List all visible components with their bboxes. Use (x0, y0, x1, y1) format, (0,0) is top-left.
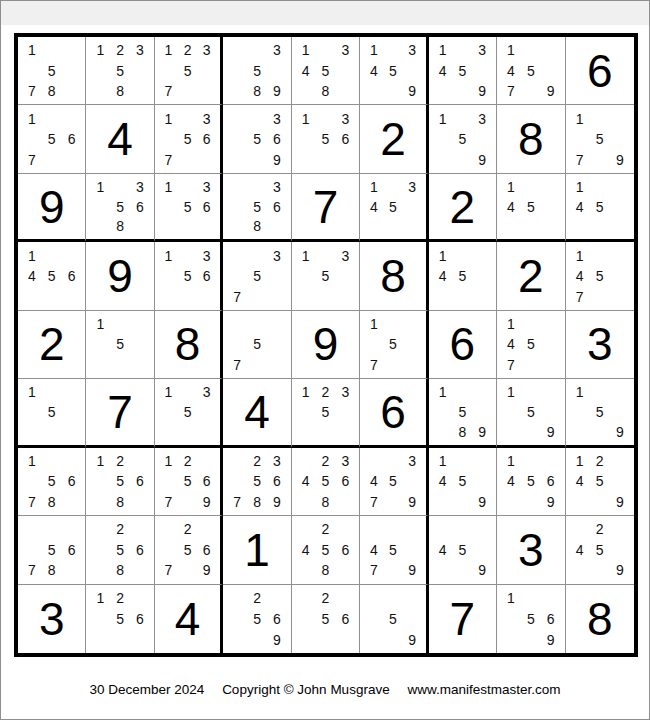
candidate-7 (501, 629, 521, 650)
candidate-3 (403, 314, 422, 334)
candidate-3: 3 (197, 40, 216, 60)
candidate-5: 5 (590, 402, 610, 422)
candidate-1: 1 (90, 451, 110, 471)
cell-r7c8[interactable]: 14569 (497, 448, 565, 516)
cell-r6c4[interactable]: 4 (223, 379, 291, 447)
candidate-5: 5 (42, 402, 62, 422)
candidate-4 (22, 540, 42, 560)
candidate-8 (316, 286, 336, 306)
candidate-8 (383, 560, 402, 580)
candidate-9 (62, 149, 82, 169)
candidate-4 (296, 608, 316, 629)
candidate-1: 1 (159, 108, 178, 128)
cell-r6c5[interactable]: 1235 (292, 379, 360, 447)
cell-r1c6[interactable]: 13459 (360, 37, 428, 105)
cell-r1c1[interactable]: 1578 (18, 37, 86, 105)
candidate-grid: 145 (429, 242, 496, 309)
cell-r3c6[interactable]: 1345 (360, 174, 428, 242)
cell-r3c1[interactable]: 9 (18, 174, 86, 242)
candidate-7: 7 (22, 560, 42, 580)
cell-r7c1[interactable]: 15678 (18, 448, 86, 516)
cell-r9c4[interactable]: 2569 (223, 585, 291, 653)
candidate-6: 6 (62, 471, 82, 491)
candidate-3: 3 (335, 108, 355, 128)
candidate-1: 1 (22, 382, 42, 402)
cell-r1c7[interactable]: 13459 (429, 37, 497, 105)
cell-r8c3[interactable]: 25679 (155, 516, 223, 584)
candidate-4: 4 (570, 540, 590, 560)
cell-r4c3[interactable]: 1356 (155, 242, 223, 310)
candidate-5: 5 (110, 540, 130, 560)
candidate-grid: 1459 (429, 448, 496, 515)
candidate-3: 3 (335, 245, 355, 265)
candidate-7 (90, 560, 110, 580)
cell-r8c4[interactable]: 1 (223, 516, 291, 584)
cell-r5c6[interactable]: 157 (360, 311, 428, 379)
candidate-3: 3 (267, 245, 287, 265)
candidate-1: 1 (22, 451, 42, 471)
candidate-2 (42, 108, 62, 128)
candidate-7 (296, 149, 316, 169)
candidate-grid: 1578 (18, 37, 85, 104)
candidate-8: 8 (247, 81, 267, 101)
candidate-4 (90, 334, 110, 354)
candidate-5: 5 (521, 60, 541, 80)
solved-digit: 9 (86, 242, 153, 309)
candidate-6 (610, 540, 630, 560)
solved-digit: 8 (155, 311, 220, 378)
solved-digit: 6 (566, 37, 634, 104)
cell-r2c5[interactable]: 1356 (292, 105, 360, 173)
candidate-3 (610, 451, 630, 471)
candidate-9 (62, 81, 82, 101)
cell-r5c5[interactable]: 9 (292, 311, 360, 379)
candidate-9 (197, 286, 216, 306)
candidate-9 (403, 355, 422, 375)
candidate-2 (247, 245, 267, 265)
candidate-2: 2 (110, 519, 130, 539)
cell-r1c4[interactable]: 3589 (223, 37, 291, 105)
cell-r9c2[interactable]: 1256 (86, 585, 154, 653)
candidate-4 (570, 402, 590, 422)
candidate-7: 7 (227, 286, 247, 306)
candidate-3 (541, 588, 561, 609)
candidate-4 (159, 540, 178, 560)
window-title-bar (1, 1, 649, 25)
candidate-2 (521, 314, 541, 334)
candidate-2 (110, 177, 130, 197)
solved-digit: 4 (223, 379, 290, 444)
candidate-6: 6 (130, 608, 150, 629)
candidate-2 (316, 40, 336, 60)
candidate-2 (42, 40, 62, 60)
cell-r5c4[interactable]: 57 (223, 311, 291, 379)
cell-r8c5[interactable]: 24568 (292, 516, 360, 584)
candidate-8 (452, 81, 472, 101)
candidate-2 (247, 314, 267, 334)
candidate-3 (610, 108, 630, 128)
candidate-4 (159, 60, 178, 80)
candidate-3: 3 (130, 177, 150, 197)
candidate-5: 5 (590, 540, 610, 560)
candidate-1 (227, 177, 247, 197)
candidate-3: 3 (267, 451, 287, 471)
cell-r3c5[interactable]: 7 (292, 174, 360, 242)
candidate-1: 1 (90, 40, 110, 60)
candidate-6 (130, 334, 150, 354)
candidate-7 (159, 286, 178, 306)
candidate-4: 4 (501, 471, 521, 491)
cell-r7c5[interactable]: 234568 (292, 448, 360, 516)
cell-r5c3[interactable]: 8 (155, 311, 223, 379)
candidate-grid: 1589 (429, 379, 496, 444)
cell-r7c7[interactable]: 1459 (429, 448, 497, 516)
candidate-grid: 234568 (292, 448, 359, 515)
cell-r9c6[interactable]: 59 (360, 585, 428, 653)
cell-r9c5[interactable]: 256 (292, 585, 360, 653)
candidate-7 (227, 217, 247, 237)
candidate-5: 5 (452, 129, 472, 149)
candidate-2 (247, 40, 267, 60)
cell-r2c6[interactable]: 2 (360, 105, 428, 173)
candidate-9: 9 (197, 560, 216, 580)
candidate-4 (90, 471, 110, 491)
candidate-5: 5 (110, 197, 130, 217)
candidate-8 (178, 217, 197, 237)
candidate-grid: 1456 (18, 242, 85, 309)
candidate-4 (159, 197, 178, 217)
candidate-2 (521, 588, 541, 609)
candidate-7 (296, 492, 316, 512)
candidate-8: 8 (247, 217, 267, 237)
candidate-grid: 135 (292, 242, 359, 309)
candidate-9 (472, 286, 492, 306)
candidate-2 (110, 314, 130, 334)
candidate-3 (130, 451, 150, 471)
candidate-5: 5 (42, 540, 62, 560)
candidate-6 (197, 60, 216, 80)
candidate-1: 1 (159, 177, 178, 197)
candidate-7: 7 (364, 355, 383, 375)
cell-r6c7[interactable]: 1589 (429, 379, 497, 447)
candidate-2: 2 (110, 40, 130, 60)
candidate-3: 3 (197, 382, 216, 402)
candidate-grid: 12568 (86, 448, 153, 515)
cell-r3c3[interactable]: 1356 (155, 174, 223, 242)
candidate-5: 5 (42, 60, 62, 80)
candidate-5: 5 (247, 129, 267, 149)
cell-r5c2[interactable]: 15 (86, 311, 154, 379)
candidate-9 (335, 81, 355, 101)
candidate-grid: 256 (292, 585, 359, 653)
cell-r7c3[interactable]: 125679 (155, 448, 223, 516)
cell-r8c6[interactable]: 4579 (360, 516, 428, 584)
cell-r6c8[interactable]: 159 (497, 379, 565, 447)
candidate-8 (590, 492, 610, 512)
candidate-1: 1 (570, 108, 590, 128)
cell-r2c7[interactable]: 1359 (429, 105, 497, 173)
cell-r8c7[interactable]: 459 (429, 516, 497, 584)
candidate-6: 6 (130, 197, 150, 217)
candidate-5: 5 (178, 402, 197, 422)
candidate-6 (472, 402, 492, 422)
candidate-6 (403, 334, 422, 354)
candidate-8: 8 (42, 81, 62, 101)
candidate-grid: 145 (497, 174, 564, 239)
cell-r6c6[interactable]: 6 (360, 379, 428, 447)
candidate-2 (178, 108, 197, 128)
cell-r2c8[interactable]: 8 (497, 105, 565, 173)
candidate-7: 7 (501, 81, 521, 101)
candidate-9: 9 (610, 422, 630, 442)
candidate-1: 1 (90, 314, 110, 334)
cell-r1c5[interactable]: 13458 (292, 37, 360, 105)
candidate-1: 1 (22, 108, 42, 128)
candidate-6 (541, 60, 561, 80)
candidate-9: 9 (267, 492, 287, 512)
candidate-7 (227, 81, 247, 101)
cell-r3c9[interactable]: 145 (566, 174, 634, 242)
cell-r9c3[interactable]: 4 (155, 585, 223, 653)
candidate-1 (364, 451, 383, 471)
candidate-3 (610, 519, 630, 539)
cell-r1c9[interactable]: 6 (566, 37, 634, 105)
candidate-7: 7 (159, 560, 178, 580)
candidate-2: 2 (590, 451, 610, 471)
candidate-6 (403, 608, 422, 629)
candidate-4 (22, 471, 42, 491)
candidate-5: 5 (383, 334, 402, 354)
candidate-7: 7 (22, 81, 42, 101)
cell-r8c1[interactable]: 5678 (18, 516, 86, 584)
candidate-9 (267, 217, 287, 237)
solved-digit: 4 (155, 585, 220, 653)
candidate-grid: 357 (223, 242, 290, 309)
candidate-7: 7 (159, 149, 178, 169)
candidate-2: 2 (316, 451, 336, 471)
cell-r5c1[interactable]: 2 (18, 311, 86, 379)
candidate-4 (570, 129, 590, 149)
candidate-grid: 1356 (155, 242, 220, 309)
footer-date: 30 December 2024 (90, 682, 205, 697)
candidate-6 (62, 402, 82, 422)
candidate-grid: 25679 (155, 516, 220, 583)
candidate-8: 8 (110, 560, 130, 580)
cell-r1c3[interactable]: 12357 (155, 37, 223, 105)
candidate-5: 5 (247, 608, 267, 629)
candidate-5: 5 (110, 60, 130, 80)
candidate-4 (501, 402, 521, 422)
candidate-4 (227, 197, 247, 217)
cell-r4c7[interactable]: 145 (429, 242, 497, 310)
candidate-1: 1 (22, 245, 42, 265)
cell-r2c2[interactable]: 4 (86, 105, 154, 173)
candidate-2: 2 (316, 382, 336, 402)
candidate-grid: 24568 (292, 516, 359, 583)
cell-r4c8[interactable]: 2 (497, 242, 565, 310)
cell-r6c2[interactable]: 7 (86, 379, 154, 447)
candidate-6: 6 (267, 129, 287, 149)
cell-r5c7[interactable]: 6 (429, 311, 497, 379)
candidate-8 (247, 629, 267, 650)
candidate-1 (227, 108, 247, 128)
candidate-4: 4 (296, 60, 316, 80)
candidate-8: 8 (110, 81, 130, 101)
cell-r7c2[interactable]: 12568 (86, 448, 154, 516)
candidate-7 (90, 217, 110, 237)
candidate-8 (521, 355, 541, 375)
candidate-3 (335, 519, 355, 539)
candidate-4 (159, 129, 178, 149)
candidate-4 (90, 60, 110, 80)
candidate-5: 5 (110, 334, 130, 354)
cell-r4c2[interactable]: 9 (86, 242, 154, 310)
candidate-6 (472, 129, 492, 149)
candidate-8 (590, 286, 610, 306)
candidate-grid: 2459 (566, 516, 634, 583)
cell-r2c3[interactable]: 13567 (155, 105, 223, 173)
candidate-5: 5 (247, 471, 267, 491)
cell-r5c8[interactable]: 1457 (497, 311, 565, 379)
cell-r2c9[interactable]: 1579 (566, 105, 634, 173)
candidate-7 (90, 81, 110, 101)
cell-r6c1[interactable]: 15 (18, 379, 86, 447)
candidate-grid: 12358 (86, 37, 153, 104)
candidate-3 (62, 519, 82, 539)
candidate-6 (541, 197, 561, 217)
candidate-1: 1 (364, 177, 383, 197)
candidate-5: 5 (178, 471, 197, 491)
cell-r9c1[interactable]: 3 (18, 585, 86, 653)
candidate-9: 9 (472, 422, 492, 442)
cell-r6c9[interactable]: 159 (566, 379, 634, 447)
candidate-8 (521, 422, 541, 442)
cell-r4c6[interactable]: 8 (360, 242, 428, 310)
candidate-5: 5 (452, 60, 472, 80)
cell-r2c1[interactable]: 1567 (18, 105, 86, 173)
candidate-1: 1 (501, 382, 521, 402)
candidate-4 (296, 129, 316, 149)
candidate-3: 3 (197, 108, 216, 128)
candidate-7 (227, 149, 247, 169)
candidate-8 (452, 286, 472, 306)
candidate-6 (335, 402, 355, 422)
candidate-5: 5 (316, 129, 336, 149)
cell-r6c3[interactable]: 135 (155, 379, 223, 447)
candidate-1 (296, 588, 316, 609)
candidate-6 (472, 540, 492, 560)
candidate-7: 7 (364, 492, 383, 512)
candidate-2 (247, 108, 267, 128)
cell-r5c9[interactable]: 3 (566, 311, 634, 379)
candidate-7: 7 (570, 149, 590, 169)
candidate-4 (433, 129, 453, 149)
candidate-9 (197, 149, 216, 169)
cell-r9c9[interactable]: 8 (566, 585, 634, 653)
candidate-2 (521, 382, 541, 402)
candidate-8 (452, 149, 472, 169)
candidate-2: 2 (110, 451, 130, 471)
candidate-7 (22, 422, 42, 442)
solved-digit: 7 (292, 174, 359, 239)
candidate-5: 5 (521, 197, 541, 217)
candidate-5: 5 (316, 540, 336, 560)
cell-r8c9[interactable]: 2459 (566, 516, 634, 584)
candidate-7 (501, 492, 521, 512)
candidate-1: 1 (570, 245, 590, 265)
cell-r4c1[interactable]: 1456 (18, 242, 86, 310)
candidate-7: 7 (22, 492, 42, 512)
cell-r2c4[interactable]: 3569 (223, 105, 291, 173)
cell-r9c8[interactable]: 1569 (497, 585, 565, 653)
candidate-9 (62, 422, 82, 442)
candidate-4: 4 (364, 60, 383, 80)
candidate-5: 5 (178, 197, 197, 217)
cell-r4c5[interactable]: 135 (292, 242, 360, 310)
cell-r9c7[interactable]: 7 (429, 585, 497, 653)
candidate-1 (227, 40, 247, 60)
cell-r7c6[interactable]: 34579 (360, 448, 428, 516)
candidate-4: 4 (364, 197, 383, 217)
candidate-8 (521, 629, 541, 650)
candidate-8 (316, 149, 336, 169)
solved-digit: 7 (86, 379, 153, 444)
candidate-1: 1 (433, 451, 453, 471)
solved-digit: 2 (497, 242, 564, 309)
candidate-3 (472, 382, 492, 402)
candidate-9 (335, 492, 355, 512)
cell-r3c4[interactable]: 3568 (223, 174, 291, 242)
candidate-9: 9 (267, 81, 287, 101)
candidate-8 (452, 560, 472, 580)
candidate-8: 8 (316, 81, 336, 101)
cell-r3c8[interactable]: 145 (497, 174, 565, 242)
candidate-grid: 159 (566, 379, 634, 444)
candidate-grid: 1235 (292, 379, 359, 444)
cell-r1c2[interactable]: 12358 (86, 37, 154, 105)
candidate-2: 2 (178, 40, 197, 60)
solved-digit: 2 (360, 105, 425, 172)
candidate-3 (472, 519, 492, 539)
solved-digit: 9 (18, 174, 85, 239)
cell-r7c4[interactable]: 2356789 (223, 448, 291, 516)
candidate-1: 1 (296, 40, 316, 60)
candidate-grid: 57 (223, 311, 290, 378)
candidate-2: 2 (110, 588, 130, 609)
candidate-2 (42, 451, 62, 471)
candidate-2 (383, 40, 402, 60)
candidate-3: 3 (403, 451, 422, 471)
cell-r8c8[interactable]: 3 (497, 516, 565, 584)
cell-r8c2[interactable]: 2568 (86, 516, 154, 584)
cell-r3c2[interactable]: 13568 (86, 174, 154, 242)
candidate-grid: 1345 (360, 174, 425, 239)
candidate-3: 3 (267, 40, 287, 60)
cell-r7c9[interactable]: 12459 (566, 448, 634, 516)
cell-r3c7[interactable]: 2 (429, 174, 497, 242)
candidate-3 (62, 245, 82, 265)
candidate-7 (22, 286, 42, 306)
candidate-6: 6 (197, 471, 216, 491)
cell-r1c8[interactable]: 14579 (497, 37, 565, 105)
candidate-3 (610, 382, 630, 402)
candidate-2: 2 (590, 519, 610, 539)
cell-r4c9[interactable]: 1457 (566, 242, 634, 310)
candidate-3 (541, 40, 561, 60)
candidate-9 (130, 217, 150, 237)
candidate-5: 5 (247, 197, 267, 217)
cell-r4c4[interactable]: 357 (223, 242, 291, 310)
